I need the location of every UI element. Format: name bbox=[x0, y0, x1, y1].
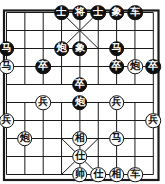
piece-red-horse[interactable]: 马 bbox=[0, 59, 14, 75]
piece-black-cannon[interactable]: 炮 bbox=[54, 41, 70, 57]
piece-black-chariot[interactable]: 车 bbox=[127, 5, 143, 21]
piece-black-soldier[interactable]: 卒 bbox=[72, 77, 88, 93]
piece-black-elephant[interactable]: 象 bbox=[109, 5, 125, 21]
piece-black-horse[interactable]: 马 bbox=[0, 41, 14, 57]
pieces-layer: 士将士象车马炮象马卒卒卒卒炮马炮兵兵兵兵炮相马仕帅仕相车 bbox=[0, 0, 165, 184]
piece-black-general[interactable]: 将 bbox=[72, 5, 88, 21]
piece-black-advisor[interactable]: 士 bbox=[54, 5, 70, 21]
piece-red-advisor[interactable]: 仕 bbox=[90, 167, 106, 183]
piece-black-horse[interactable]: 马 bbox=[109, 41, 125, 57]
piece-black-soldier[interactable]: 卒 bbox=[109, 59, 125, 75]
piece-red-general[interactable]: 帅 bbox=[72, 167, 88, 183]
piece-red-cannon[interactable]: 炮 bbox=[127, 59, 143, 75]
piece-black-cannon[interactable]: 炮 bbox=[72, 95, 88, 111]
piece-red-soldier[interactable]: 兵 bbox=[0, 113, 14, 129]
piece-red-chariot[interactable]: 车 bbox=[127, 167, 143, 183]
piece-black-advisor[interactable]: 士 bbox=[90, 5, 106, 21]
piece-red-elephant[interactable]: 相 bbox=[72, 131, 88, 147]
xiangqi-board: 士将士象车马炮象马卒卒卒卒炮马炮兵兵兵兵炮相马仕帅仕相车 bbox=[0, 0, 165, 184]
piece-red-soldier[interactable]: 兵 bbox=[109, 95, 125, 111]
piece-red-advisor[interactable]: 仕 bbox=[72, 149, 88, 165]
piece-red-cannon[interactable]: 炮 bbox=[17, 131, 33, 147]
piece-red-horse[interactable]: 马 bbox=[109, 131, 125, 147]
piece-black-soldier[interactable]: 卒 bbox=[35, 59, 51, 75]
piece-black-elephant[interactable]: 象 bbox=[72, 41, 88, 57]
piece-red-soldier[interactable]: 兵 bbox=[146, 113, 162, 129]
piece-black-soldier[interactable]: 卒 bbox=[146, 59, 162, 75]
piece-red-elephant[interactable]: 相 bbox=[109, 167, 125, 183]
piece-red-soldier[interactable]: 兵 bbox=[35, 95, 51, 111]
